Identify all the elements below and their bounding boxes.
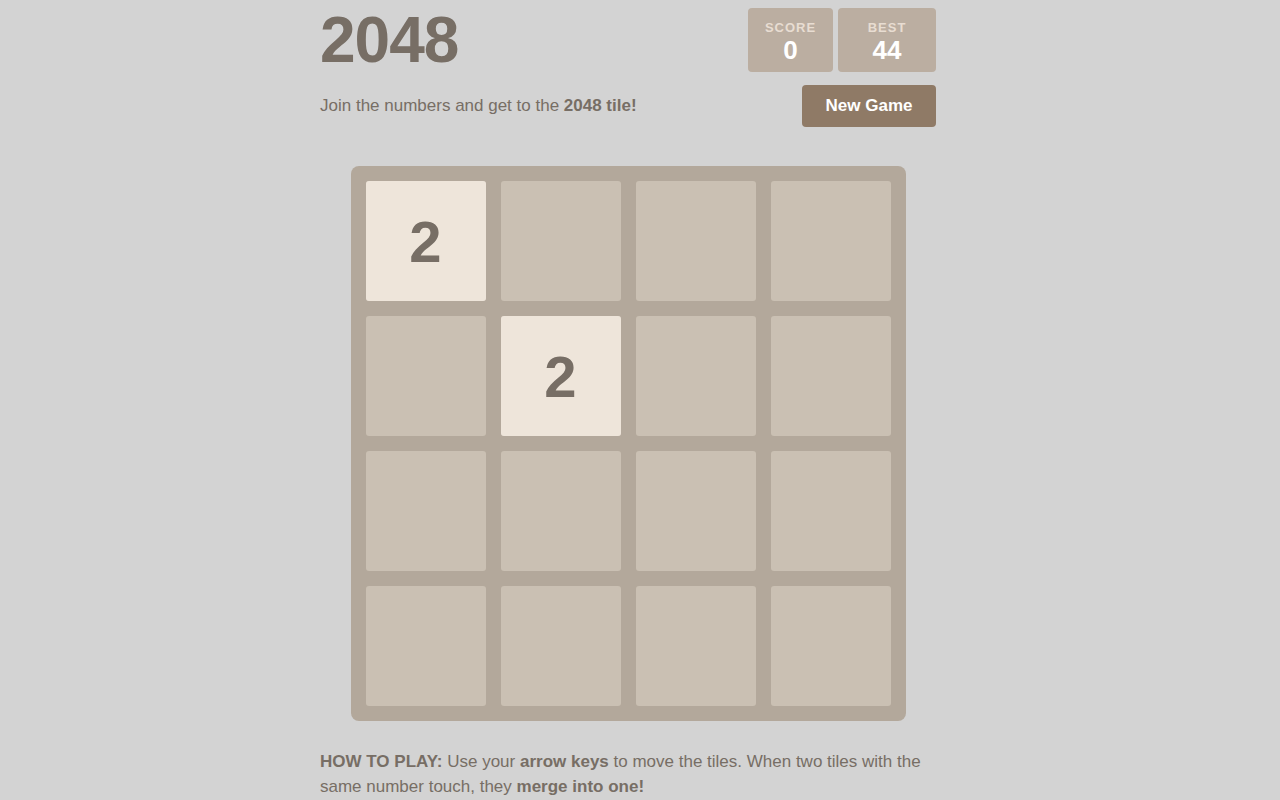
- best-box: BEST 44: [838, 8, 936, 72]
- tile-2: 2: [366, 181, 486, 301]
- best-label: BEST: [868, 19, 907, 36]
- grid-cell-r3c1: [501, 586, 621, 706]
- header: 2048 SCORE 0 BEST 44: [320, 8, 936, 72]
- how-to-play: HOW TO PLAY: Use your arrow keys to move…: [320, 749, 936, 799]
- grid-cell-r0c1: [501, 181, 621, 301]
- score-value: 0: [783, 36, 797, 64]
- grid-cell-r3c3: [771, 586, 891, 706]
- grid-cell-r1c3: [771, 316, 891, 436]
- score-label: SCORE: [765, 19, 816, 36]
- new-game-button[interactable]: New Game: [802, 85, 936, 127]
- grid-cell-r1c0: [366, 316, 486, 436]
- grid-cell-r2c1: [501, 451, 621, 571]
- grid-cell-r2c3: [771, 451, 891, 571]
- howto-arrow-keys: arrow keys: [520, 752, 609, 771]
- board[interactable]: 22: [351, 166, 906, 721]
- grid-cell-r3c0: [366, 586, 486, 706]
- page-title: 2048: [320, 8, 458, 72]
- howto-text-1: Use your: [442, 752, 519, 771]
- grid-cell-r1c1: 2: [501, 316, 621, 436]
- tile-2: 2: [501, 316, 621, 436]
- howto-heading: HOW TO PLAY:: [320, 752, 442, 771]
- grid-cell-r2c0: [366, 451, 486, 571]
- score-box: SCORE 0: [748, 8, 833, 72]
- grid-cell-r3c2: [636, 586, 756, 706]
- subtitle-goal: 2048 tile!: [564, 96, 637, 115]
- intro-row: Join the numbers and get to the 2048 til…: [320, 85, 936, 127]
- subtitle-text: Join the numbers and get to the: [320, 96, 564, 115]
- howto-merge: merge into one!: [517, 777, 645, 796]
- grid-cell-r0c2: [636, 181, 756, 301]
- grid-cell-r2c2: [636, 451, 756, 571]
- grid-cell-r0c3: [771, 181, 891, 301]
- game-page: 2048 SCORE 0 BEST 44 Join the numbers an…: [320, 0, 936, 799]
- grid-cell-r1c2: [636, 316, 756, 436]
- grid-cell-r0c0: 2: [366, 181, 486, 301]
- best-value: 44: [873, 36, 902, 64]
- subtitle: Join the numbers and get to the 2048 til…: [320, 96, 637, 116]
- scoreboard: SCORE 0 BEST 44: [748, 8, 936, 72]
